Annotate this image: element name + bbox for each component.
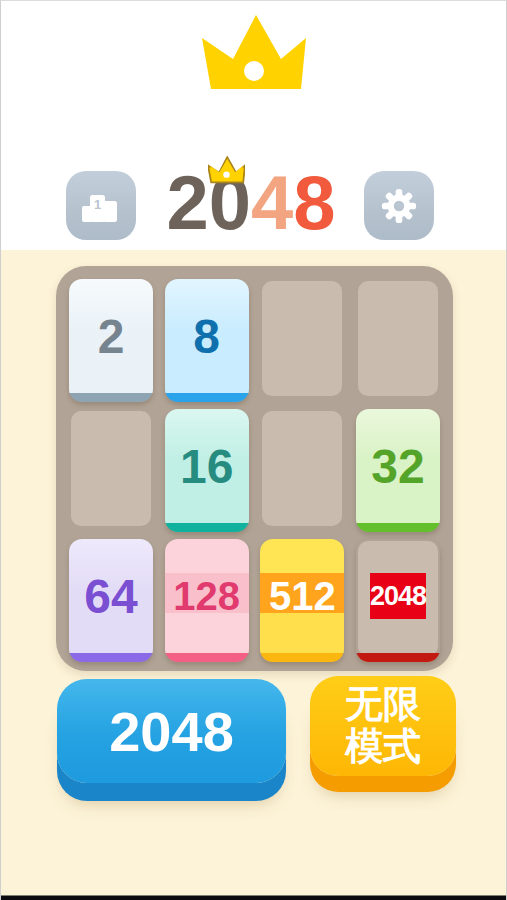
tile-64: 64: [69, 539, 153, 662]
tile-value: 2048: [370, 581, 426, 612]
endless-mode-label-line2: 模式: [345, 726, 421, 768]
logo-digit-2: 4: [251, 171, 293, 235]
tile-bottom-edge: [69, 393, 153, 402]
board-cell: [71, 411, 151, 526]
title-crown-icon: [208, 156, 245, 184]
board-cell: [262, 281, 342, 396]
endless-mode-label-line1: 无限: [345, 684, 421, 726]
game-title: 2048: [159, 171, 343, 235]
board-cell: 512: [262, 541, 342, 656]
tile-2048-band: 2048: [370, 573, 426, 619]
game-board: 281632641285122048: [56, 266, 453, 671]
gear-icon: [380, 187, 418, 225]
tile-bottom-edge: [165, 523, 249, 532]
tile-bottom-edge: [356, 653, 440, 662]
tile-8: 8: [165, 279, 249, 402]
board-cell: 2048: [358, 541, 438, 656]
board-cell: 64: [71, 541, 151, 656]
tile-value: 128: [173, 574, 240, 619]
svg-text:1: 1: [94, 197, 101, 212]
tile-value: 2: [98, 309, 125, 364]
board-cell: 8: [167, 281, 247, 396]
tile-512: 512: [260, 539, 344, 662]
play-area: 281632641285122048 2048 无限 模式: [1, 250, 506, 896]
tile-16: 16: [165, 409, 249, 532]
tile-value: 32: [371, 439, 424, 494]
tile-128: 128: [165, 539, 249, 662]
app-screen: 1 2048: [0, 0, 507, 900]
tile-bottom-edge: [69, 653, 153, 662]
board-cell: 32: [358, 411, 438, 526]
tile-bottom-edge: [165, 653, 249, 662]
tile-bottom-edge: [165, 393, 249, 402]
podium-icon: 1: [81, 190, 121, 222]
tile-value: 8: [193, 309, 220, 364]
endless-mode-button[interactable]: 无限 模式: [310, 676, 456, 776]
logo-digit-3: 8: [293, 171, 335, 235]
menu-row: 1 2048: [1, 1, 506, 250]
tile-value: 512: [269, 574, 336, 619]
header: 1 2048: [1, 1, 506, 250]
logo-digit-0: 2: [166, 171, 208, 235]
board-cell: 16: [167, 411, 247, 526]
tile-value: 16: [180, 439, 233, 494]
board-cell: 128: [167, 541, 247, 656]
settings-button[interactable]: [364, 171, 434, 240]
tile-bottom-edge: [356, 523, 440, 532]
board-cell: [358, 281, 438, 396]
bottom-border-bar: [1, 895, 506, 900]
tile-2: 2: [69, 279, 153, 402]
board-cell: 2: [71, 281, 151, 396]
tile-bottom-edge: [260, 653, 344, 662]
tile-2048: 2048: [356, 539, 440, 662]
tile-value: 64: [84, 569, 137, 624]
tile-32: 32: [356, 409, 440, 532]
leaderboard-button[interactable]: 1: [66, 171, 136, 240]
board-cell: [262, 411, 342, 526]
classic-mode-button[interactable]: 2048: [57, 679, 286, 783]
